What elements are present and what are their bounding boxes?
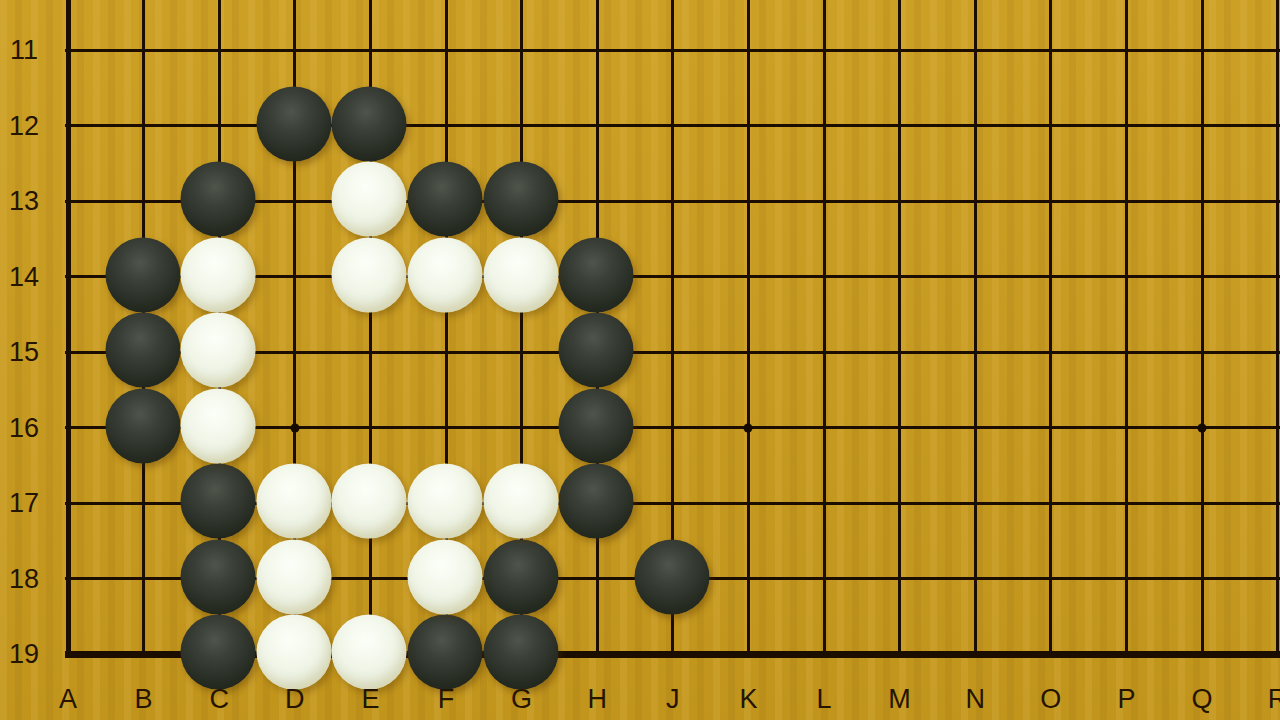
black-stone-H17[interactable] bbox=[559, 464, 634, 539]
white-stone-D17[interactable] bbox=[256, 464, 331, 539]
black-stone-J18[interactable] bbox=[634, 539, 709, 614]
black-stone-C13[interactable] bbox=[181, 162, 256, 237]
black-stone-C18[interactable] bbox=[181, 539, 256, 614]
star-point-K16 bbox=[744, 423, 753, 432]
white-stone-C16[interactable] bbox=[181, 388, 256, 463]
row-label-13: 13 bbox=[9, 188, 39, 215]
grid-vline-Q bbox=[1201, 0, 1204, 657]
white-stone-D19[interactable] bbox=[256, 615, 331, 690]
black-stone-F19[interactable] bbox=[408, 615, 483, 690]
row-label-18: 18 bbox=[9, 565, 39, 592]
grid-vline-K bbox=[747, 0, 750, 657]
black-stone-B16[interactable] bbox=[105, 388, 180, 463]
white-stone-C15[interactable] bbox=[181, 313, 256, 388]
col-label-G: G bbox=[511, 686, 532, 713]
black-stone-H14[interactable] bbox=[559, 237, 634, 312]
grid-hline-11 bbox=[65, 49, 1280, 52]
white-stone-F17[interactable] bbox=[408, 464, 483, 539]
col-label-F: F bbox=[438, 686, 455, 713]
col-label-M: M bbox=[888, 686, 911, 713]
white-stone-E13[interactable] bbox=[332, 162, 407, 237]
black-stone-G13[interactable] bbox=[483, 162, 558, 237]
col-label-Q: Q bbox=[1191, 686, 1212, 713]
white-stone-E14[interactable] bbox=[332, 237, 407, 312]
black-stone-H15[interactable] bbox=[559, 313, 634, 388]
col-label-L: L bbox=[816, 686, 831, 713]
black-stone-E12[interactable] bbox=[332, 86, 407, 161]
col-label-C: C bbox=[209, 686, 229, 713]
white-stone-G14[interactable] bbox=[483, 237, 558, 312]
grid-vline-R bbox=[1276, 0, 1279, 657]
row-label-14: 14 bbox=[9, 263, 39, 290]
col-label-A: A bbox=[59, 686, 77, 713]
black-stone-B15[interactable] bbox=[105, 313, 180, 388]
black-stone-D12[interactable] bbox=[256, 86, 331, 161]
white-stone-D18[interactable] bbox=[256, 539, 331, 614]
black-stone-H16[interactable] bbox=[559, 388, 634, 463]
col-label-N: N bbox=[965, 686, 985, 713]
row-label-17: 17 bbox=[9, 490, 39, 517]
col-label-R: R bbox=[1268, 686, 1280, 713]
row-label-11: 11 bbox=[10, 37, 38, 64]
black-stone-F13[interactable] bbox=[408, 162, 483, 237]
grid-vline-A bbox=[66, 0, 71, 657]
black-stone-G19[interactable] bbox=[483, 615, 558, 690]
grid-vline-M bbox=[898, 0, 901, 657]
black-stone-B14[interactable] bbox=[105, 237, 180, 312]
grid-vline-N bbox=[974, 0, 977, 657]
grid-hline-12 bbox=[65, 124, 1280, 127]
col-label-D: D bbox=[285, 686, 305, 713]
col-label-H: H bbox=[587, 686, 607, 713]
row-label-12: 12 bbox=[9, 112, 39, 139]
row-label-16: 16 bbox=[9, 414, 39, 441]
row-label-15: 15 bbox=[9, 339, 39, 366]
col-label-K: K bbox=[739, 686, 757, 713]
white-stone-F18[interactable] bbox=[408, 539, 483, 614]
grid-vline-L bbox=[823, 0, 826, 657]
white-stone-E19[interactable] bbox=[332, 615, 407, 690]
white-stone-G17[interactable] bbox=[483, 464, 558, 539]
col-label-E: E bbox=[361, 686, 379, 713]
col-label-P: P bbox=[1117, 686, 1135, 713]
black-stone-G18[interactable] bbox=[483, 539, 558, 614]
col-label-J: J bbox=[666, 686, 680, 713]
col-label-O: O bbox=[1040, 686, 1061, 713]
white-stone-E17[interactable] bbox=[332, 464, 407, 539]
star-point-Q16 bbox=[1198, 423, 1207, 432]
white-stone-F14[interactable] bbox=[408, 237, 483, 312]
go-board[interactable]: 111213141516171819 ABCDEFGHJKLMNOPQR bbox=[0, 0, 1280, 720]
black-stone-C19[interactable] bbox=[181, 615, 256, 690]
star-point-D16 bbox=[290, 423, 299, 432]
white-stone-C14[interactable] bbox=[181, 237, 256, 312]
black-stone-C17[interactable] bbox=[181, 464, 256, 539]
row-label-19: 19 bbox=[9, 641, 39, 668]
col-label-B: B bbox=[135, 686, 153, 713]
grid-vline-P bbox=[1125, 0, 1128, 657]
grid-vline-O bbox=[1049, 0, 1052, 657]
